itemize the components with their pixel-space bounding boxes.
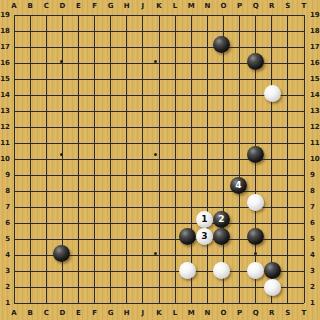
white-stone-Q3	[247, 262, 264, 279]
white-stone-M3	[179, 262, 196, 279]
white-stone-N6: 1	[196, 211, 213, 228]
star-point	[254, 252, 257, 255]
black-stone-O6: 2	[213, 211, 230, 228]
black-stone-Q10	[247, 146, 264, 163]
black-stone-P8: 4	[230, 177, 247, 194]
white-stone-O3	[213, 262, 230, 279]
white-stone-Q7	[247, 194, 264, 211]
move-number: 2	[218, 215, 224, 224]
move-number: 1	[201, 215, 207, 224]
white-stone-N5: 3	[196, 228, 213, 245]
board-grid: 4213	[6, 7, 312, 311]
move-number: 4	[235, 181, 241, 190]
black-stone-R3	[264, 262, 281, 279]
black-stone-O5	[213, 228, 230, 245]
white-stone-R14	[264, 85, 281, 102]
black-stone-D4	[53, 245, 70, 262]
black-stone-O17	[213, 36, 230, 53]
star-point	[154, 252, 157, 255]
white-stone-R2	[264, 279, 281, 296]
black-stone-M5	[179, 228, 196, 245]
black-stone-Q16	[247, 53, 264, 70]
move-number: 3	[201, 232, 207, 241]
star-point	[60, 153, 63, 156]
star-point	[154, 153, 157, 156]
star-point	[60, 60, 63, 63]
go-board[interactable]: ABCDEFGHJKLMNOPQRST ABCDEFGHJKLMNOPQRST …	[0, 0, 320, 320]
star-point	[154, 60, 157, 63]
black-stone-Q5	[247, 228, 264, 245]
